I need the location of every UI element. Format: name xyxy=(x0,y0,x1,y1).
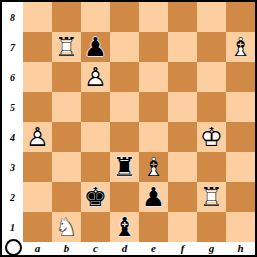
square-h1[interactable] xyxy=(226,212,255,242)
square-c4[interactable] xyxy=(81,122,110,152)
file-label-a: a xyxy=(23,242,52,255)
square-c7[interactable]: ♟ xyxy=(81,32,110,62)
file-label-f: f xyxy=(168,242,197,255)
white-rook: ♜♖ xyxy=(52,32,81,62)
square-g4[interactable]: ♚♔ xyxy=(197,122,226,152)
diagram-inner: 87654321 ♜♖♟♝♗♟♙♟♙♚♔♜♝♗♚♟♜♖♞♘♝ abcdefgh xyxy=(2,2,255,255)
square-b7[interactable]: ♜♖ xyxy=(52,32,81,62)
square-f2[interactable] xyxy=(168,182,197,212)
square-b8[interactable] xyxy=(52,2,81,32)
black-pawn: ♟ xyxy=(81,32,110,62)
square-h4[interactable] xyxy=(226,122,255,152)
square-b3[interactable] xyxy=(52,152,81,182)
black-king: ♚ xyxy=(81,182,110,212)
square-a4[interactable]: ♟♙ xyxy=(23,122,52,152)
rank-label-3: 3 xyxy=(2,152,23,182)
square-f4[interactable] xyxy=(168,122,197,152)
square-h7[interactable]: ♝♗ xyxy=(226,32,255,62)
square-a2[interactable] xyxy=(23,182,52,212)
rank-label-6: 6 xyxy=(2,62,23,92)
rank-label-2: 2 xyxy=(2,182,23,212)
square-c1[interactable] xyxy=(81,212,110,242)
white-king: ♚♔ xyxy=(197,122,226,152)
rank-label-4: 4 xyxy=(2,122,23,152)
square-d3[interactable]: ♜ xyxy=(110,152,139,182)
square-c3[interactable] xyxy=(81,152,110,182)
square-f8[interactable] xyxy=(168,2,197,32)
square-a6[interactable] xyxy=(23,62,52,92)
square-h2[interactable] xyxy=(226,182,255,212)
square-a8[interactable] xyxy=(23,2,52,32)
square-f3[interactable] xyxy=(168,152,197,182)
square-g6[interactable] xyxy=(197,62,226,92)
square-d5[interactable] xyxy=(110,92,139,122)
square-g5[interactable] xyxy=(197,92,226,122)
square-h3[interactable] xyxy=(226,152,255,182)
white-bishop: ♝♗ xyxy=(226,32,255,62)
square-g7[interactable] xyxy=(197,32,226,62)
white-rook: ♜♖ xyxy=(197,182,226,212)
square-e7[interactable] xyxy=(139,32,168,62)
square-b6[interactable] xyxy=(52,62,81,92)
square-d7[interactable] xyxy=(110,32,139,62)
square-f7[interactable] xyxy=(168,32,197,62)
file-label-c: c xyxy=(81,242,110,255)
square-g1[interactable] xyxy=(197,212,226,242)
chess-diagram: 87654321 ♜♖♟♝♗♟♙♟♙♚♔♜♝♗♚♟♜♖♞♘♝ abcdefgh xyxy=(0,0,257,257)
black-pawn: ♟ xyxy=(139,182,168,212)
square-a7[interactable] xyxy=(23,32,52,62)
square-c6[interactable]: ♟♙ xyxy=(81,62,110,92)
rank-label-8: 8 xyxy=(2,2,23,32)
white-bishop: ♝♗ xyxy=(139,152,168,182)
file-label-e: e xyxy=(139,242,168,255)
rank-label-1: 1 xyxy=(2,212,23,242)
square-e6[interactable] xyxy=(139,62,168,92)
white-pawn: ♟♙ xyxy=(81,62,110,92)
square-f1[interactable] xyxy=(168,212,197,242)
square-b4[interactable] xyxy=(52,122,81,152)
square-h5[interactable] xyxy=(226,92,255,122)
square-g2[interactable]: ♜♖ xyxy=(197,182,226,212)
rank-label-5: 5 xyxy=(2,92,23,122)
square-d8[interactable] xyxy=(110,2,139,32)
square-e3[interactable]: ♝♗ xyxy=(139,152,168,182)
white-pawn: ♟♙ xyxy=(23,122,52,152)
square-d4[interactable] xyxy=(110,122,139,152)
file-labels: abcdefgh xyxy=(23,242,255,255)
square-c8[interactable] xyxy=(81,2,110,32)
file-label-d: d xyxy=(110,242,139,255)
rank-labels: 87654321 xyxy=(2,2,23,242)
square-e8[interactable] xyxy=(139,2,168,32)
file-label-g: g xyxy=(197,242,226,255)
square-b5[interactable] xyxy=(52,92,81,122)
square-b2[interactable] xyxy=(52,182,81,212)
square-d2[interactable] xyxy=(110,182,139,212)
black-bishop: ♝ xyxy=(110,212,139,242)
square-d6[interactable] xyxy=(110,62,139,92)
square-e1[interactable] xyxy=(139,212,168,242)
square-a3[interactable] xyxy=(23,152,52,182)
black-rook: ♜ xyxy=(110,152,139,182)
white-knight: ♞♘ xyxy=(52,212,81,242)
file-label-h: h xyxy=(226,242,255,255)
square-e4[interactable] xyxy=(139,122,168,152)
square-e5[interactable] xyxy=(139,92,168,122)
square-g3[interactable] xyxy=(197,152,226,182)
square-h8[interactable] xyxy=(226,2,255,32)
square-a5[interactable] xyxy=(23,92,52,122)
square-c5[interactable] xyxy=(81,92,110,122)
square-h6[interactable] xyxy=(226,62,255,92)
square-a1[interactable] xyxy=(23,212,52,242)
square-g8[interactable] xyxy=(197,2,226,32)
rank-label-7: 7 xyxy=(2,32,23,62)
white-to-move-indicator xyxy=(5,239,22,256)
square-b1[interactable]: ♞♘ xyxy=(52,212,81,242)
square-f5[interactable] xyxy=(168,92,197,122)
chess-board: ♜♖♟♝♗♟♙♟♙♚♔♜♝♗♚♟♜♖♞♘♝ xyxy=(23,2,255,242)
square-f6[interactable] xyxy=(168,62,197,92)
square-e2[interactable]: ♟ xyxy=(139,182,168,212)
square-c2[interactable]: ♚ xyxy=(81,182,110,212)
file-label-b: b xyxy=(52,242,81,255)
square-d1[interactable]: ♝ xyxy=(110,212,139,242)
